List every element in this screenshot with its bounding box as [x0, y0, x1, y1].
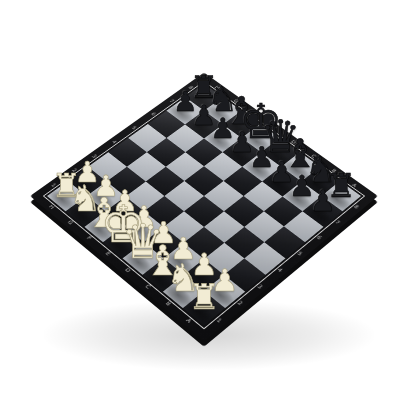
piece-white-rook-a1[interactable]: ♜: [188, 279, 220, 314]
rank-label-5: 5: [296, 251, 303, 257]
rank-label-5: 5: [131, 126, 138, 131]
rank-label-3: 3: [257, 284, 264, 290]
rank-label-1: 1: [215, 318, 222, 324]
file-label-A: A: [185, 318, 193, 324]
rank-label-6: 6: [150, 112, 157, 117]
product-photo-scene: ABCDEFGH ABCDEFGH 12345678 12345678 ♜♞♟♝…: [0, 0, 400, 400]
piece-black-pawn-a7[interactable]: ♟: [310, 187, 336, 216]
rank-label-2: 2: [236, 300, 243, 306]
rank-label-4: 4: [277, 267, 284, 273]
rank-label-7: 7: [334, 219, 341, 224]
rank-label-6: 6: [315, 235, 322, 241]
file-label-G: G: [67, 220, 75, 226]
file-label-B: B: [164, 300, 172, 306]
rank-label-4: 4: [111, 139, 118, 144]
